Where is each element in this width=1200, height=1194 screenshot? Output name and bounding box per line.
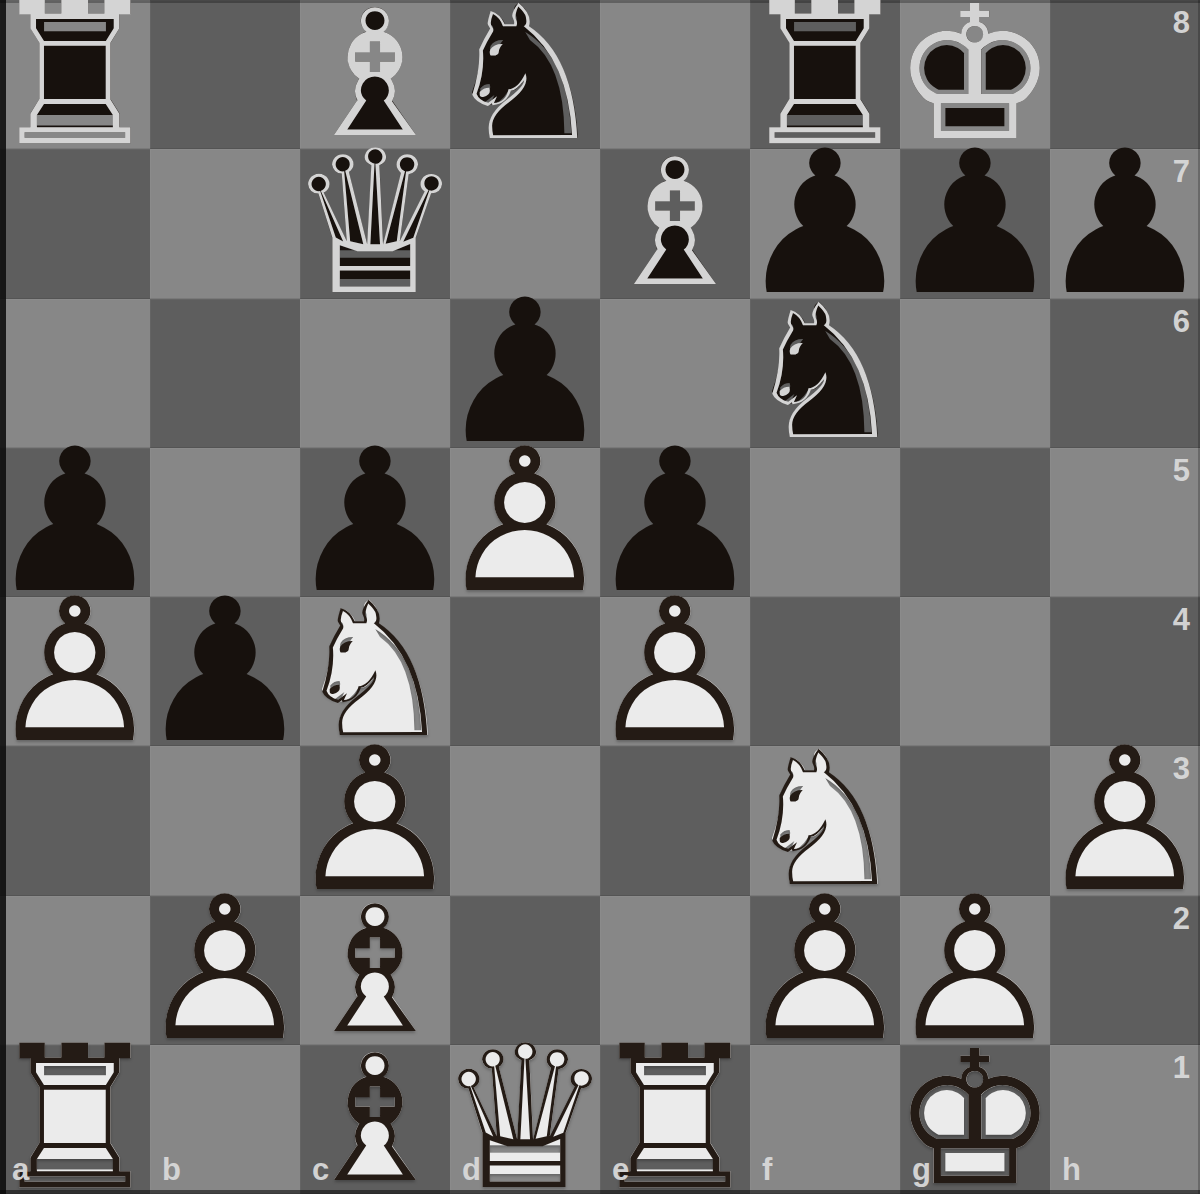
piece-line-layer: ♙ bbox=[1050, 746, 1200, 895]
black-pawn-piece[interactable]: ♟♙ bbox=[1050, 149, 1200, 298]
square-f2[interactable]: ♟♙ bbox=[750, 896, 900, 1045]
piece-fill-layer: ♟ bbox=[1050, 149, 1200, 298]
square-e7[interactable]: ♝♗ bbox=[600, 149, 750, 298]
white-pawn-piece[interactable]: ♟♙ bbox=[750, 896, 900, 1045]
white-queen-piece[interactable]: ♛♕ bbox=[450, 1045, 600, 1194]
piece-line-layer: ♖ bbox=[0, 0, 150, 149]
piece-line-layer: ♙ bbox=[600, 597, 750, 746]
square-b8[interactable] bbox=[150, 0, 300, 149]
square-b4[interactable]: ♟♙ bbox=[150, 597, 300, 746]
white-pawn-piece[interactable]: ♟♙ bbox=[150, 896, 300, 1045]
piece-line-layer: ♙ bbox=[150, 896, 300, 1045]
piece-line-layer: ♕ bbox=[450, 1045, 600, 1194]
white-pawn-piece[interactable]: ♟♙ bbox=[450, 448, 600, 597]
black-knight-piece[interactable]: ♞♘ bbox=[450, 0, 600, 149]
square-d8[interactable]: ♞♘ bbox=[450, 0, 600, 149]
white-rook-piece[interactable]: ♜♖ bbox=[0, 1045, 150, 1194]
square-a1[interactable]: ♜♖ bbox=[0, 1045, 150, 1194]
piece-line-layer: ♗ bbox=[300, 1045, 450, 1194]
white-pawn-piece[interactable]: ♟♙ bbox=[0, 597, 150, 746]
white-pawn-piece[interactable]: ♟♙ bbox=[600, 597, 750, 746]
square-e4[interactable]: ♟♙ bbox=[600, 597, 750, 746]
piece-fill-layer: ♟ bbox=[150, 597, 300, 746]
square-g7[interactable]: ♟♙ bbox=[900, 149, 1050, 298]
square-b7[interactable] bbox=[150, 149, 300, 298]
square-e1[interactable]: ♜♖ bbox=[600, 1045, 750, 1194]
square-g4[interactable] bbox=[900, 597, 1050, 746]
square-c7[interactable]: ♛♕ bbox=[300, 149, 450, 298]
square-d1[interactable]: ♛♕ bbox=[450, 1045, 600, 1194]
square-g5[interactable] bbox=[900, 448, 1050, 597]
white-pawn-piece[interactable]: ♟♙ bbox=[1050, 746, 1200, 895]
black-rook-piece[interactable]: ♜♖ bbox=[0, 0, 150, 149]
black-knight-piece[interactable]: ♞♘ bbox=[750, 299, 900, 448]
piece-line-layer: ♗ bbox=[600, 149, 750, 298]
piece-line-layer: ♘ bbox=[450, 0, 600, 149]
black-bishop-piece[interactable]: ♝♗ bbox=[600, 149, 750, 298]
square-f6[interactable]: ♞♘ bbox=[750, 299, 900, 448]
square-a8[interactable]: ♜♖ bbox=[0, 0, 150, 149]
square-d5[interactable]: ♟♙ bbox=[450, 448, 600, 597]
piece-line-layer: ♕ bbox=[300, 149, 450, 298]
square-b6[interactable] bbox=[150, 299, 300, 448]
square-d3[interactable] bbox=[450, 746, 600, 895]
black-queen-piece[interactable]: ♛♕ bbox=[300, 149, 450, 298]
piece-line-layer: ♙ bbox=[450, 448, 600, 597]
square-h7[interactable]: ♟♙ bbox=[1050, 149, 1200, 298]
piece-fill-layer: ♟ bbox=[900, 149, 1050, 298]
white-bishop-piece[interactable]: ♝♗ bbox=[300, 1045, 450, 1194]
square-h1[interactable] bbox=[1050, 1045, 1200, 1194]
piece-line-layer: ♘ bbox=[750, 299, 900, 448]
square-b2[interactable]: ♟♙ bbox=[150, 896, 300, 1045]
piece-line-layer: ♖ bbox=[0, 1045, 150, 1194]
white-king-piece[interactable]: ♚♔ bbox=[900, 1045, 1050, 1194]
square-a4[interactable]: ♟♙ bbox=[0, 597, 150, 746]
square-c1[interactable]: ♝♗ bbox=[300, 1045, 450, 1194]
white-rook-piece[interactable]: ♜♖ bbox=[600, 1045, 750, 1194]
piece-line-layer: ♙ bbox=[750, 896, 900, 1045]
square-h5[interactable] bbox=[1050, 448, 1200, 597]
black-pawn-piece[interactable]: ♟♙ bbox=[150, 597, 300, 746]
black-pawn-piece[interactable]: ♟♙ bbox=[900, 149, 1050, 298]
square-g1[interactable]: ♚♔ bbox=[900, 1045, 1050, 1194]
piece-line-layer: ♖ bbox=[600, 1045, 750, 1194]
chess-board: ♜♖♝♗♞♘♜♖♚♔♛♕♝♗♟♙♟♙♟♙♟♙♞♘♟♙♟♙♟♙♟♙♟♙♟♙♞♘♟♙… bbox=[0, 0, 1200, 1194]
piece-line-layer: ♙ bbox=[0, 597, 150, 746]
piece-line-layer: ♔ bbox=[900, 1045, 1050, 1194]
square-h3[interactable]: ♟♙ bbox=[1050, 746, 1200, 895]
